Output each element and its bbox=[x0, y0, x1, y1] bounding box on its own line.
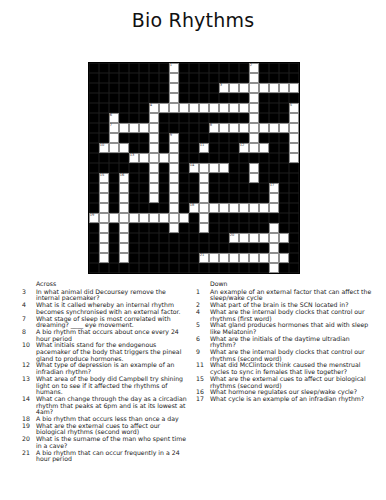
cell-16-2 bbox=[109, 223, 119, 233]
cell-7-15 bbox=[239, 133, 249, 143]
cell-2-14[interactable] bbox=[229, 83, 239, 93]
cell-13-14 bbox=[229, 193, 239, 203]
cell-3-12 bbox=[209, 93, 219, 103]
cell-10-13[interactable] bbox=[219, 163, 229, 173]
cell-12-20 bbox=[289, 183, 299, 193]
cell-13-8[interactable] bbox=[169, 193, 179, 203]
cell-6-15[interactable] bbox=[239, 123, 249, 133]
cell-15-7[interactable] bbox=[159, 213, 169, 223]
cell-3-15 bbox=[239, 93, 249, 103]
cell-1-19 bbox=[279, 73, 289, 83]
cell-6-14[interactable] bbox=[229, 123, 239, 133]
cell-13-12 bbox=[209, 193, 219, 203]
cell-16-15 bbox=[239, 223, 249, 233]
clue-number-17: 17 bbox=[270, 183, 275, 187]
cell-11-17 bbox=[259, 173, 269, 183]
cell-4-6[interactable]: 4 bbox=[149, 103, 159, 113]
cell-11-16[interactable] bbox=[249, 173, 259, 183]
cell-17-2 bbox=[109, 233, 119, 243]
cell-2-13[interactable]: 3 bbox=[219, 83, 229, 93]
cell-13-6[interactable] bbox=[149, 193, 159, 203]
cell-8-8[interactable] bbox=[169, 143, 179, 153]
cell-20-15 bbox=[239, 263, 249, 273]
cell-18-17 bbox=[259, 243, 269, 253]
cell-9-5[interactable] bbox=[139, 153, 149, 163]
across-clues-section: Across 3In what animal did Decoursey rem… bbox=[22, 281, 188, 463]
cell-19-16[interactable] bbox=[249, 253, 259, 263]
cell-13-0 bbox=[89, 193, 99, 203]
cell-13-4 bbox=[129, 193, 139, 203]
cell-0-8[interactable]: 1 bbox=[169, 63, 179, 73]
cell-15-4[interactable] bbox=[129, 213, 139, 223]
cell-15-20 bbox=[289, 213, 299, 223]
cell-6-4[interactable] bbox=[129, 123, 139, 133]
cell-15-12 bbox=[209, 213, 219, 223]
cell-6-0 bbox=[89, 123, 99, 133]
cell-7-18 bbox=[269, 133, 279, 143]
cell-15-3[interactable] bbox=[119, 213, 129, 223]
cell-13-7 bbox=[159, 193, 169, 203]
cell-3-9 bbox=[179, 93, 189, 103]
cell-8-20[interactable] bbox=[289, 143, 299, 153]
cell-18-15 bbox=[239, 243, 249, 253]
cell-14-18[interactable] bbox=[269, 203, 279, 213]
cell-5-6[interactable] bbox=[149, 113, 159, 123]
cell-11-10 bbox=[189, 173, 199, 183]
cell-12-17 bbox=[259, 183, 269, 193]
cell-0-16[interactable]: 2 bbox=[249, 63, 259, 73]
clue-number-1: 1 bbox=[170, 63, 172, 67]
cell-12-11[interactable] bbox=[199, 183, 209, 193]
clue-num: 1 bbox=[196, 289, 210, 302]
cell-14-17[interactable] bbox=[259, 203, 269, 213]
cell-16-3[interactable] bbox=[119, 223, 129, 233]
cell-1-1 bbox=[99, 73, 109, 83]
cell-0-18 bbox=[269, 63, 279, 73]
clue-item-13: 13What area of the body did Campbell try… bbox=[22, 376, 188, 396]
cell-13-20 bbox=[289, 193, 299, 203]
clue-num: 12 bbox=[22, 362, 36, 375]
clue-text: An example of an external factor that ca… bbox=[210, 289, 374, 302]
cell-18-18[interactable] bbox=[269, 243, 279, 253]
cell-10-20 bbox=[289, 163, 299, 173]
cell-13-3[interactable] bbox=[119, 193, 129, 203]
cell-9-9 bbox=[179, 153, 189, 163]
cell-17-19[interactable] bbox=[279, 233, 289, 243]
clue-num: 3 bbox=[22, 289, 36, 302]
clue-text: In what animal did Decoursey remove the … bbox=[36, 289, 188, 302]
cell-14-8[interactable] bbox=[169, 203, 179, 213]
cell-17-0 bbox=[89, 233, 99, 243]
cell-9-8[interactable] bbox=[169, 153, 179, 163]
cell-17-16[interactable] bbox=[249, 233, 259, 243]
clue-text: What are the initials of the daytime ult… bbox=[210, 336, 374, 349]
cell-17-15[interactable] bbox=[239, 233, 249, 243]
cell-2-6 bbox=[149, 83, 159, 93]
cell-6-13[interactable] bbox=[219, 123, 229, 133]
cell-10-18 bbox=[269, 163, 279, 173]
cell-11-11[interactable] bbox=[199, 173, 209, 183]
cell-3-16[interactable] bbox=[249, 93, 259, 103]
cell-4-12[interactable] bbox=[209, 103, 219, 113]
clue-item-15: 15What are the external cues to affect o… bbox=[196, 376, 374, 389]
cell-3-8[interactable] bbox=[169, 93, 179, 103]
cell-14-10[interactable]: 18 bbox=[189, 203, 199, 213]
cell-19-3[interactable] bbox=[119, 253, 129, 263]
cell-18-11 bbox=[199, 243, 209, 253]
clue-number-21: 21 bbox=[200, 253, 205, 257]
cell-5-2[interactable]: 6 bbox=[109, 113, 119, 123]
cell-12-9 bbox=[179, 183, 189, 193]
cell-5-11 bbox=[199, 113, 209, 123]
cell-14-7 bbox=[159, 203, 169, 213]
cell-16-8[interactable] bbox=[169, 223, 179, 233]
cell-19-20 bbox=[289, 253, 299, 263]
cell-10-10[interactable]: 14 bbox=[189, 163, 199, 173]
cell-16-20 bbox=[289, 223, 299, 233]
cell-0-19 bbox=[279, 63, 289, 73]
cell-16-14 bbox=[229, 223, 239, 233]
cell-5-4 bbox=[129, 113, 139, 123]
cell-4-11[interactable] bbox=[199, 103, 209, 113]
cell-17-12 bbox=[209, 233, 219, 243]
page-title: Bio Rhythms bbox=[0, 9, 386, 31]
cell-16-18[interactable] bbox=[269, 223, 279, 233]
cell-1-18 bbox=[269, 73, 279, 83]
cell-5-15 bbox=[239, 113, 249, 123]
cell-17-14[interactable]: 20 bbox=[229, 233, 239, 243]
cell-2-20[interactable] bbox=[289, 83, 299, 93]
clue-num: 20 bbox=[22, 436, 36, 449]
cell-19-18[interactable] bbox=[269, 253, 279, 263]
clue-num: 5 bbox=[196, 322, 210, 335]
cell-14-1[interactable] bbox=[99, 203, 109, 213]
cell-7-12 bbox=[209, 133, 219, 143]
cell-8-2[interactable] bbox=[109, 143, 119, 153]
cell-7-3 bbox=[119, 133, 129, 143]
cell-19-19[interactable] bbox=[279, 253, 289, 263]
cell-11-15 bbox=[239, 173, 249, 183]
clue-num: 19 bbox=[22, 423, 36, 436]
cell-2-16[interactable] bbox=[249, 83, 259, 93]
cell-9-0 bbox=[89, 153, 99, 163]
cell-5-3 bbox=[119, 113, 129, 123]
cell-8-6[interactable] bbox=[149, 143, 159, 153]
cell-7-8[interactable]: 9 bbox=[169, 133, 179, 143]
cell-19-4 bbox=[129, 253, 139, 263]
cell-13-13 bbox=[219, 193, 229, 203]
cell-19-6 bbox=[149, 253, 159, 263]
clue-number-15: 15 bbox=[100, 173, 105, 177]
cell-4-16[interactable] bbox=[249, 103, 259, 113]
cell-17-4 bbox=[129, 233, 139, 243]
cell-12-2 bbox=[109, 183, 119, 193]
cell-6-5[interactable] bbox=[139, 123, 149, 133]
cell-11-4 bbox=[129, 173, 139, 183]
cell-6-6[interactable] bbox=[149, 123, 159, 133]
cell-14-12[interactable] bbox=[209, 203, 219, 213]
cell-11-19 bbox=[279, 173, 289, 183]
cell-8-1[interactable]: 10 bbox=[99, 143, 109, 153]
cell-12-8[interactable] bbox=[169, 183, 179, 193]
cell-3-13 bbox=[219, 93, 229, 103]
cell-1-10 bbox=[189, 73, 199, 83]
cell-7-14 bbox=[229, 133, 239, 143]
cell-20-16 bbox=[249, 263, 259, 273]
cell-14-3[interactable] bbox=[119, 203, 129, 213]
cell-4-10[interactable] bbox=[189, 103, 199, 113]
cell-9-19 bbox=[279, 153, 289, 163]
cell-20-5 bbox=[139, 263, 149, 273]
cell-7-1 bbox=[99, 133, 109, 143]
clue-item-6: 6What are the initials of the daytime ul… bbox=[196, 336, 374, 349]
cell-4-15[interactable] bbox=[239, 103, 249, 113]
cell-17-3[interactable] bbox=[119, 233, 129, 243]
cell-11-13 bbox=[219, 173, 229, 183]
cell-10-1 bbox=[99, 163, 109, 173]
cell-15-0[interactable]: 19 bbox=[89, 213, 99, 223]
cell-8-17[interactable] bbox=[259, 143, 269, 153]
cell-12-3[interactable] bbox=[119, 183, 129, 193]
cell-18-16 bbox=[249, 243, 259, 253]
cell-7-9 bbox=[179, 133, 189, 143]
cell-15-5[interactable] bbox=[139, 213, 149, 223]
cell-20-19 bbox=[279, 263, 289, 273]
cell-10-16[interactable] bbox=[249, 163, 259, 173]
clue-item-19: 19What are the external cues to affect o… bbox=[22, 423, 188, 436]
cell-6-16[interactable] bbox=[249, 123, 259, 133]
cell-18-9 bbox=[179, 243, 189, 253]
cell-20-20 bbox=[289, 263, 299, 273]
clue-item-10: 10What initials stand for the endogenous… bbox=[22, 342, 188, 362]
cell-3-5 bbox=[139, 93, 149, 103]
cell-7-6[interactable] bbox=[149, 133, 159, 143]
cell-17-8 bbox=[169, 233, 179, 243]
cell-5-5 bbox=[139, 113, 149, 123]
cell-15-8[interactable] bbox=[169, 213, 179, 223]
cell-20-3 bbox=[119, 263, 129, 273]
cell-9-6[interactable] bbox=[149, 153, 159, 163]
clue-text: A bio rhythm that can occur frequently i… bbox=[36, 450, 188, 463]
cell-7-20[interactable] bbox=[289, 133, 299, 143]
cell-2-3 bbox=[119, 83, 129, 93]
cell-6-3[interactable] bbox=[119, 123, 129, 133]
cell-19-5 bbox=[139, 253, 149, 263]
cell-10-12[interactable] bbox=[209, 163, 219, 173]
cell-16-5 bbox=[139, 223, 149, 233]
cell-0-0 bbox=[89, 63, 99, 73]
cell-1-8[interactable] bbox=[169, 73, 179, 83]
cell-1-5 bbox=[139, 73, 149, 83]
cell-5-13 bbox=[219, 113, 229, 123]
cell-17-7 bbox=[159, 233, 169, 243]
cell-17-18[interactable] bbox=[269, 233, 279, 243]
cell-19-11[interactable]: 21 bbox=[199, 253, 209, 263]
cell-14-11[interactable] bbox=[199, 203, 209, 213]
cell-3-7 bbox=[159, 93, 169, 103]
cell-8-15[interactable]: 12 bbox=[239, 143, 249, 153]
cell-8-14 bbox=[229, 143, 239, 153]
cell-16-7 bbox=[159, 223, 169, 233]
cell-7-0 bbox=[89, 133, 99, 143]
cell-18-19 bbox=[279, 243, 289, 253]
cell-10-6[interactable] bbox=[149, 163, 159, 173]
cell-16-11[interactable] bbox=[199, 223, 209, 233]
cell-15-17 bbox=[259, 213, 269, 223]
cell-5-20[interactable] bbox=[289, 113, 299, 123]
cell-18-3[interactable] bbox=[119, 243, 129, 253]
cell-15-16 bbox=[249, 213, 259, 223]
cell-11-8[interactable] bbox=[169, 173, 179, 183]
cell-12-1[interactable] bbox=[99, 183, 109, 193]
cell-11-3[interactable]: 16 bbox=[119, 173, 129, 183]
cell-15-6[interactable] bbox=[149, 213, 159, 223]
cell-2-18[interactable] bbox=[269, 83, 279, 93]
cell-2-8[interactable] bbox=[169, 83, 179, 93]
cell-3-10 bbox=[189, 93, 199, 103]
clue-number-8: 8 bbox=[210, 123, 212, 127]
cell-6-8 bbox=[169, 123, 179, 133]
clue-num: 6 bbox=[196, 336, 210, 349]
cell-3-3 bbox=[119, 93, 129, 103]
cell-5-17 bbox=[259, 113, 269, 123]
cell-7-2[interactable] bbox=[109, 133, 119, 143]
cell-14-14[interactable] bbox=[229, 203, 239, 213]
cell-15-15 bbox=[239, 213, 249, 223]
cell-4-20[interactable]: 5 bbox=[289, 103, 299, 113]
cell-9-4[interactable]: 13 bbox=[129, 153, 139, 163]
cell-5-14 bbox=[229, 113, 239, 123]
cell-16-0 bbox=[89, 223, 99, 233]
cell-14-20 bbox=[289, 203, 299, 213]
cell-1-17 bbox=[259, 73, 269, 83]
cell-1-6 bbox=[149, 73, 159, 83]
cell-8-3[interactable] bbox=[119, 143, 129, 153]
cell-2-15[interactable] bbox=[239, 83, 249, 93]
cell-0-14 bbox=[229, 63, 239, 73]
cell-5-16[interactable] bbox=[249, 113, 259, 123]
cell-19-14[interactable] bbox=[229, 253, 239, 263]
cell-1-20 bbox=[289, 73, 299, 83]
cell-5-19 bbox=[279, 113, 289, 123]
cell-4-9[interactable] bbox=[179, 103, 189, 113]
cell-19-17[interactable] bbox=[259, 253, 269, 263]
clue-item-9: 9What are the internal body clocks that … bbox=[196, 349, 374, 362]
cell-18-1[interactable] bbox=[99, 243, 109, 253]
cell-10-15 bbox=[239, 163, 249, 173]
cell-20-9 bbox=[179, 263, 189, 273]
cell-9-7[interactable] bbox=[159, 153, 169, 163]
cell-16-1[interactable] bbox=[99, 223, 109, 233]
cell-1-16[interactable] bbox=[249, 73, 259, 83]
cell-10-8[interactable] bbox=[169, 163, 179, 173]
cell-13-11[interactable] bbox=[199, 193, 209, 203]
cell-6-20[interactable] bbox=[289, 123, 299, 133]
cell-14-13[interactable] bbox=[219, 203, 229, 213]
cell-15-9[interactable] bbox=[179, 213, 189, 223]
cell-12-14 bbox=[229, 183, 239, 193]
cell-12-6[interactable] bbox=[149, 183, 159, 193]
cell-2-19[interactable] bbox=[279, 83, 289, 93]
cell-7-4 bbox=[129, 133, 139, 143]
cell-4-13[interactable] bbox=[219, 103, 229, 113]
cell-3-17 bbox=[259, 93, 269, 103]
cell-3-4 bbox=[129, 93, 139, 103]
clue-number-19: 19 bbox=[90, 213, 95, 217]
cell-17-5 bbox=[139, 233, 149, 243]
cell-6-12[interactable]: 8 bbox=[209, 123, 219, 133]
cell-9-11 bbox=[199, 153, 209, 163]
down-clues-section: Down 1An example of an external factor t… bbox=[196, 281, 374, 403]
cell-6-17[interactable] bbox=[259, 123, 269, 133]
cell-6-18[interactable] bbox=[269, 123, 279, 133]
cell-2-17[interactable] bbox=[259, 83, 269, 93]
cell-0-1 bbox=[99, 63, 109, 73]
cell-4-7[interactable] bbox=[159, 103, 169, 113]
cell-15-1[interactable] bbox=[99, 213, 109, 223]
cell-13-18[interactable] bbox=[269, 193, 279, 203]
cell-6-2[interactable]: 7 bbox=[109, 123, 119, 133]
cell-7-19 bbox=[279, 133, 289, 143]
cell-4-8[interactable] bbox=[169, 103, 179, 113]
cell-14-15[interactable] bbox=[239, 203, 249, 213]
clue-text: What are the internal body clocks that c… bbox=[210, 309, 374, 322]
cell-17-17[interactable] bbox=[259, 233, 269, 243]
cell-19-15[interactable] bbox=[239, 253, 249, 263]
clue-num: 17 bbox=[196, 396, 210, 403]
cell-15-2[interactable] bbox=[109, 213, 119, 223]
cell-19-8 bbox=[169, 253, 179, 263]
clue-item-3: 3In what animal did Decoursey remove the… bbox=[22, 289, 188, 302]
cell-19-13[interactable] bbox=[219, 253, 229, 263]
cell-5-1 bbox=[99, 113, 109, 123]
cell-6-9 bbox=[179, 123, 189, 133]
cell-6-19[interactable] bbox=[279, 123, 289, 133]
cell-1-13 bbox=[219, 73, 229, 83]
cell-0-6 bbox=[149, 63, 159, 73]
cell-10-11[interactable] bbox=[199, 163, 209, 173]
cell-9-20[interactable] bbox=[289, 153, 299, 163]
cell-13-1[interactable] bbox=[99, 193, 109, 203]
cell-8-16[interactable] bbox=[249, 143, 259, 153]
cell-1-2 bbox=[109, 73, 119, 83]
cell-11-5 bbox=[139, 173, 149, 183]
cell-8-11[interactable]: 11 bbox=[199, 143, 209, 153]
cell-17-6 bbox=[149, 233, 159, 243]
clue-text: What is the surname of the man who spent… bbox=[36, 436, 188, 449]
cell-18-5 bbox=[139, 243, 149, 253]
across-clue-list: 3In what animal did Decoursey remove the… bbox=[22, 289, 188, 463]
cell-19-12[interactable] bbox=[209, 253, 219, 263]
cell-19-1[interactable] bbox=[99, 253, 109, 263]
cell-0-3 bbox=[119, 63, 129, 73]
cell-15-11[interactable] bbox=[199, 213, 209, 223]
cell-17-1[interactable] bbox=[99, 233, 109, 243]
cell-14-16[interactable] bbox=[249, 203, 259, 213]
cell-4-14[interactable] bbox=[229, 103, 239, 113]
cell-6-10 bbox=[189, 123, 199, 133]
cell-3-19 bbox=[279, 93, 289, 103]
cell-11-1[interactable]: 15 bbox=[99, 173, 109, 183]
cell-5-9 bbox=[179, 113, 189, 123]
cell-7-16[interactable] bbox=[249, 133, 259, 143]
cell-20-18[interactable] bbox=[269, 263, 279, 273]
cell-12-18[interactable]: 17 bbox=[269, 183, 279, 193]
clue-text: What cycle is an example of an infradian… bbox=[210, 396, 374, 403]
cell-14-2 bbox=[109, 203, 119, 213]
clue-number-12: 12 bbox=[240, 143, 245, 147]
cell-11-6[interactable] bbox=[149, 173, 159, 183]
